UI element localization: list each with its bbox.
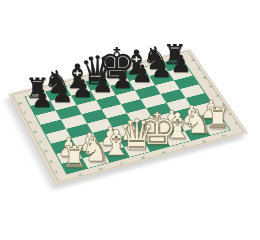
file-label-bottom-e: e bbox=[159, 150, 168, 155]
rank-label-right-1: 1 bbox=[232, 121, 241, 126]
file-label-top-h: h bbox=[167, 55, 176, 59]
rank-label-right-5: 5 bbox=[207, 84, 216, 88]
file-label-bottom-b: b bbox=[96, 166, 105, 171]
file-label-top-c: c bbox=[70, 79, 79, 83]
rank-label-right-4: 4 bbox=[213, 93, 222, 97]
rank-label-right-3: 3 bbox=[219, 103, 228, 107]
file-label-bottom-c: c bbox=[117, 161, 126, 166]
rank-label-right-2: 2 bbox=[226, 112, 235, 117]
rank-label-right-7: 7 bbox=[195, 67, 204, 71]
file-label-bottom-h: h bbox=[219, 133, 228, 138]
board-grid bbox=[26, 58, 230, 174]
rank-label-right-8: 8 bbox=[189, 58, 198, 62]
rank-label-left-6: 6 bbox=[25, 120, 34, 125]
rank-label-right-6: 6 bbox=[201, 76, 210, 80]
file-label-top-e: e bbox=[109, 69, 118, 73]
rank-label-left-2: 2 bbox=[46, 159, 55, 164]
file-label-top-d: d bbox=[89, 74, 98, 78]
rank-label-left-8: 8 bbox=[16, 101, 25, 105]
file-label-top-b: b bbox=[50, 84, 59, 88]
file-label-top-g: g bbox=[148, 60, 157, 64]
file-label-top-a: a bbox=[30, 89, 39, 93]
file-label-bottom-a: a bbox=[75, 172, 85, 177]
file-label-bottom-d: d bbox=[138, 155, 147, 160]
rank-label-left-7: 7 bbox=[20, 111, 29, 116]
file-label-bottom-g: g bbox=[199, 139, 208, 144]
rank-label-left-3: 3 bbox=[41, 149, 50, 154]
chess-set-photo: aa88bb77cc66dd55ee44ff33gg22hh11 ♜♞♝♛♚♝♞… bbox=[0, 0, 260, 240]
rank-label-left-4: 4 bbox=[36, 139, 45, 144]
file-label-top-f: f bbox=[129, 65, 138, 69]
file-label-bottom-f: f bbox=[179, 144, 188, 149]
rank-label-left-1: 1 bbox=[52, 169, 61, 174]
rank-label-left-5: 5 bbox=[31, 130, 40, 135]
